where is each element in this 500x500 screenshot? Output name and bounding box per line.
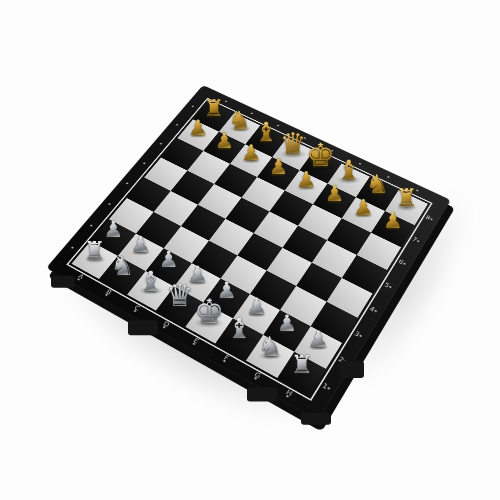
frame-dot [191, 105, 194, 107]
frame-dot [108, 203, 111, 205]
silver-rook-glyph: ♜ [84, 239, 106, 263]
silver-pawn-glyph: ♟ [308, 328, 329, 351]
gold-pawn-glyph: ♟ [269, 155, 288, 177]
silver-king-glyph: ♚ [194, 294, 224, 328]
board-foot [301, 412, 331, 424]
silver-rook-glyph: ♜ [290, 352, 313, 377]
silver-knight-glyph: ♞ [110, 253, 134, 280]
frame-dot [327, 387, 330, 390]
silver-bishop-glyph: ♝ [138, 267, 163, 295]
frame-dot [417, 240, 420, 243]
board-foot [51, 276, 75, 288]
silver-pawn-glyph: ♟ [103, 219, 123, 241]
frame-dot [160, 143, 163, 145]
frame-dot [176, 124, 179, 126]
frame-dot [90, 224, 93, 226]
board-foot [128, 320, 158, 335]
gold-pawn-glyph: ♟ [215, 130, 234, 151]
frame-dot [359, 334, 362, 337]
frame-dot [389, 286, 392, 289]
frame-dot [403, 262, 406, 265]
gold-pawn-glyph: ♟ [383, 210, 403, 232]
frame-dot [126, 182, 129, 184]
frame-dot [143, 162, 146, 164]
board-foot [247, 387, 277, 401]
frame-dot [430, 218, 433, 220]
frame-dot [71, 246, 74, 249]
gold-pawn-glyph: ♟ [354, 196, 374, 218]
silver-bishop-glyph: ♝ [227, 315, 252, 343]
gold-pawn-glyph: ♟ [189, 117, 208, 138]
chess-set-photo: ABCDEFGH87654321 ♜♞♝♛♚♝♞♜♟♟♟♟♟♟♟♟♟♟♟♟♟♟♟… [0, 0, 500, 500]
gold-pawn-glyph: ♟ [241, 142, 260, 164]
gold-pawn-glyph: ♟ [325, 182, 345, 204]
frame-dot [374, 310, 377, 313]
gold-pawn-glyph: ♟ [296, 169, 316, 191]
silver-queen-glyph: ♛ [166, 280, 194, 311]
frame-dot [225, 100, 228, 102]
silver-knight-glyph: ♞ [258, 333, 282, 360]
board-foot [340, 361, 364, 378]
